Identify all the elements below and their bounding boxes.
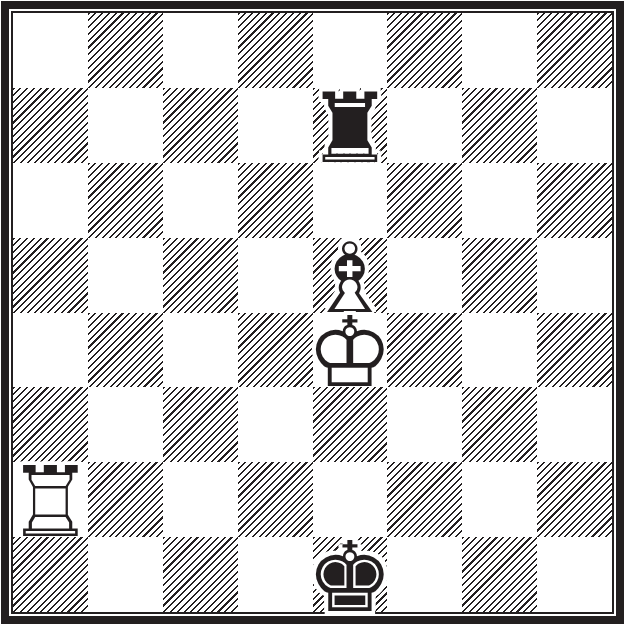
square-h4 [537, 313, 612, 388]
square-a8 [13, 13, 88, 88]
square-f1 [387, 537, 462, 612]
square-e2 [313, 462, 388, 537]
square-f7 [387, 88, 462, 163]
square-g1 [462, 537, 537, 612]
square-h1 [537, 537, 612, 612]
square-a3 [13, 387, 88, 462]
square-g2 [462, 462, 537, 537]
square-a6 [13, 163, 88, 238]
square-h8 [537, 13, 612, 88]
white-bishop-fill: ♝ [313, 241, 388, 316]
board-outer-frame: ♜♜♝♗♚♔♜♖♚♚ [1, 1, 624, 624]
white-rook-icon: ♖ [13, 465, 88, 540]
square-d1 [238, 537, 313, 612]
square-c4 [163, 313, 238, 388]
square-d5 [238, 238, 313, 313]
square-e5: ♝♗ [313, 238, 388, 313]
white-bishop-icon: ♗ [313, 241, 388, 316]
black-rook-fill: ♜ [313, 91, 388, 166]
square-e8 [313, 13, 388, 88]
square-b6 [88, 163, 163, 238]
square-g4 [462, 313, 537, 388]
square-h5 [537, 238, 612, 313]
square-d6 [238, 163, 313, 238]
square-h6 [537, 163, 612, 238]
square-a5 [13, 238, 88, 313]
square-c6 [163, 163, 238, 238]
square-b1 [88, 537, 163, 612]
square-g8 [462, 13, 537, 88]
square-b4 [88, 313, 163, 388]
square-a1 [13, 537, 88, 612]
white-king-fill: ♚ [313, 315, 388, 390]
square-d3 [238, 387, 313, 462]
square-e1: ♚♚ [313, 537, 388, 612]
square-b5 [88, 238, 163, 313]
square-d4 [238, 313, 313, 388]
square-e6 [313, 163, 388, 238]
black-rook-icon: ♜ [313, 91, 388, 166]
square-g7 [462, 88, 537, 163]
black-king-icon: ♚ [313, 540, 388, 615]
square-e4: ♚♔ [313, 313, 388, 388]
square-e3 [313, 387, 388, 462]
square-h7 [537, 88, 612, 163]
square-f3 [387, 387, 462, 462]
square-d2 [238, 462, 313, 537]
square-d8 [238, 13, 313, 88]
black-king-fill: ♚ [313, 540, 388, 615]
board-inner-border: ♜♜♝♗♚♔♜♖♚♚ [11, 11, 614, 614]
square-h3 [537, 387, 612, 462]
square-c5 [163, 238, 238, 313]
square-c3 [163, 387, 238, 462]
square-d7 [238, 88, 313, 163]
square-f8 [387, 13, 462, 88]
square-f2 [387, 462, 462, 537]
chess-board: ♜♜♝♗♚♔♜♖♚♚ [13, 13, 612, 612]
square-c2 [163, 462, 238, 537]
white-king-icon: ♔ [313, 315, 388, 390]
square-b3 [88, 387, 163, 462]
chess-diagram: ♜♜♝♗♚♔♜♖♚♚ [0, 0, 625, 625]
square-b2 [88, 462, 163, 537]
square-b7 [88, 88, 163, 163]
square-h2 [537, 462, 612, 537]
square-a4 [13, 313, 88, 388]
white-rook-fill: ♜ [13, 465, 88, 540]
square-c1 [163, 537, 238, 612]
square-f6 [387, 163, 462, 238]
square-f5 [387, 238, 462, 313]
square-e7: ♜♜ [313, 88, 388, 163]
square-g5 [462, 238, 537, 313]
square-a2: ♜♖ [13, 462, 88, 537]
square-b8 [88, 13, 163, 88]
square-a7 [13, 88, 88, 163]
square-f4 [387, 313, 462, 388]
square-c8 [163, 13, 238, 88]
square-g3 [462, 387, 537, 462]
square-g6 [462, 163, 537, 238]
square-c7 [163, 88, 238, 163]
